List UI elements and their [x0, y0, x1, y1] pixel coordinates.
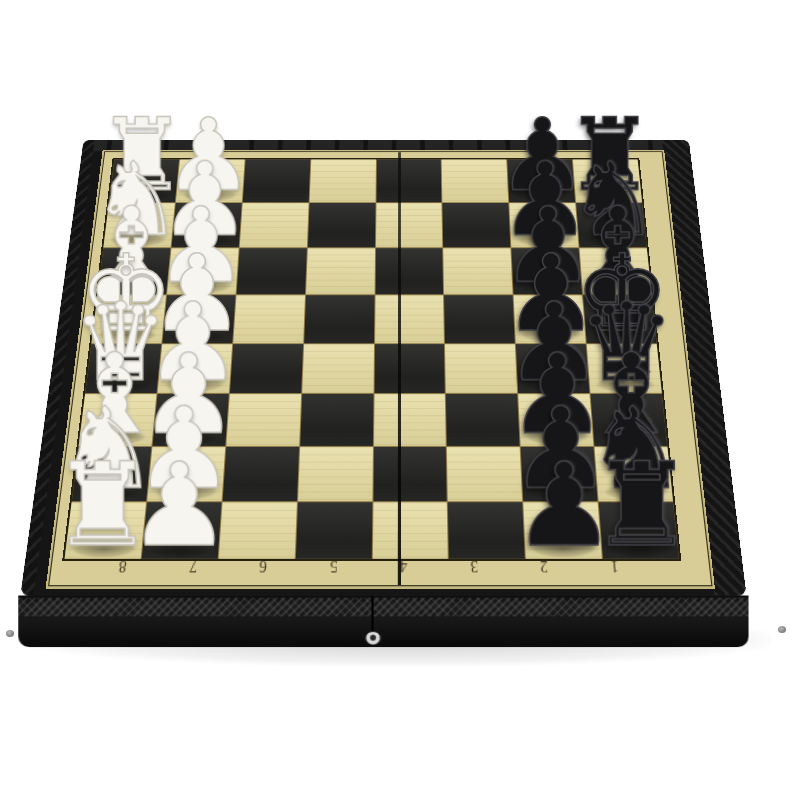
square-h5[interactable]	[309, 160, 375, 203]
board-foot-right	[778, 626, 786, 633]
square-b4[interactable]	[373, 447, 447, 501]
rank-label-5: 5	[298, 557, 369, 575]
square-a4[interactable]	[372, 502, 448, 558]
chess-board: ♜♟♟♜♞♟♟♞♝♟♟♝♚♟♟♚♛♟♟♛♝♟♟♝♞♟♟♞♜♟♟♜ 8765432…	[20, 140, 746, 596]
piece-white-pawn-a7[interactable]: ♟	[98, 448, 261, 563]
square-e5[interactable]	[304, 295, 374, 343]
checkerboard: ♜♟♟♜♞♟♟♞♝♟♟♝♚♟♟♚♛♟♟♛♝♟♟♝♞♟♟♞♜♟♟♜	[62, 158, 681, 561]
square-b5[interactable]	[298, 447, 373, 501]
square-f5[interactable]	[306, 248, 375, 294]
square-a5[interactable]	[295, 502, 371, 558]
latch-grommet[interactable]	[365, 632, 382, 645]
board-front-face	[18, 596, 748, 648]
square-e4[interactable]	[375, 295, 445, 343]
square-d5[interactable]	[302, 344, 374, 394]
playing-surface: ♜♟♟♜♞♟♟♞♝♟♟♝♚♟♟♚♛♟♟♛♝♟♟♝♞♟♟♞♜♟♟♜ 8765432…	[48, 151, 712, 586]
square-g4[interactable]	[376, 203, 443, 247]
piece-black-rook-a1[interactable]: ♜	[560, 448, 723, 563]
rank-label-4: 4	[368, 557, 438, 575]
square-h4[interactable]	[376, 160, 442, 203]
square-d4[interactable]	[374, 344, 445, 394]
photo-scene: ♜♟♟♜♞♟♟♞♝♟♟♝♚♟♟♚♛♟♟♛♝♟♟♝♞♟♟♞♜♟♟♜ 8765432…	[0, 0, 800, 800]
board-foot-left	[6, 630, 14, 637]
file-label-h: h	[603, 183, 651, 198]
file-label-g: g	[607, 225, 656, 241]
square-f4[interactable]	[375, 248, 443, 294]
square-a1[interactable]: ♜	[599, 502, 679, 558]
square-c4[interactable]	[373, 394, 446, 446]
square-a7[interactable]: ♟	[142, 502, 222, 558]
square-c5[interactable]	[300, 394, 373, 446]
front-face-texture	[18, 598, 748, 617]
square-g5[interactable]	[308, 203, 376, 247]
